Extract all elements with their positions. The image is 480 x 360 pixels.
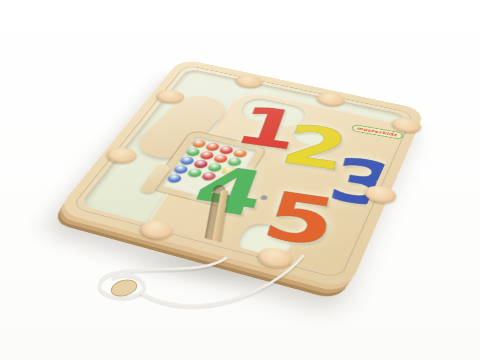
maze-recess: 1 2 3 4 5 (79, 68, 407, 273)
product-photo-scene: 1 2 3 4 5 masterkidz (0, 0, 480, 360)
magnetic-bead (166, 173, 184, 184)
